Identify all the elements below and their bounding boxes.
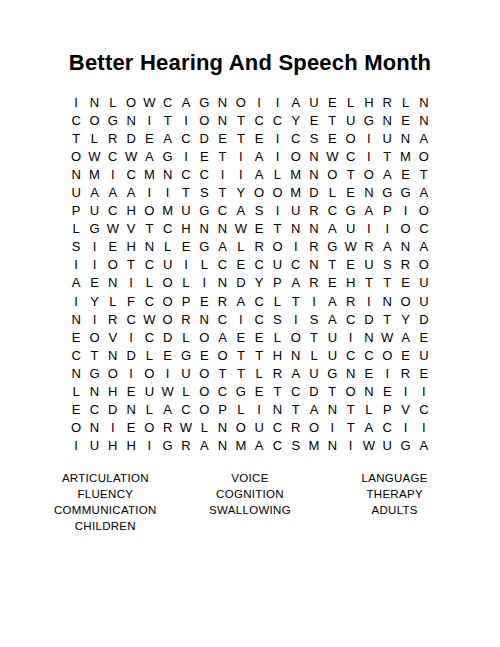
grid-cell: T: [378, 274, 396, 292]
grid-cell: N: [159, 166, 177, 184]
grid-cell: C: [287, 256, 305, 274]
grid-cell: H: [341, 274, 359, 292]
grid-cell: I: [177, 256, 195, 274]
grid-cell: A: [360, 202, 378, 220]
grid-cell: D: [122, 347, 140, 365]
grid-cell: S: [195, 184, 213, 202]
grid-cell: C: [140, 293, 158, 311]
grid-cell: I: [159, 365, 177, 383]
grid-cell: I: [360, 130, 378, 148]
grid-cell: U: [250, 419, 268, 437]
grid-cell: E: [159, 347, 177, 365]
grid-cell: A: [378, 166, 396, 184]
grid-cell: E: [85, 274, 103, 292]
grid-cell: N: [122, 112, 140, 130]
grid-cell: I: [177, 148, 195, 166]
grid-cell: W: [122, 148, 140, 166]
grid-cell: N: [104, 274, 122, 292]
grid-cell: O: [415, 256, 433, 274]
grid-cell: E: [323, 94, 341, 112]
grid-cell: O: [232, 94, 250, 112]
grid-cell: R: [305, 202, 323, 220]
grid-cell: C: [323, 202, 341, 220]
grid-cell: E: [67, 401, 85, 419]
grid-cell: G: [177, 347, 195, 365]
grid-cell: A: [85, 184, 103, 202]
grid-cell: I: [140, 112, 158, 130]
grid-cell: C: [67, 112, 85, 130]
grid-cell: L: [268, 166, 286, 184]
grid-cell: R: [159, 419, 177, 437]
grid-cell: N: [287, 347, 305, 365]
grid-cell: P: [213, 401, 231, 419]
grid-cell: U: [378, 437, 396, 455]
grid-cell: G: [159, 437, 177, 455]
grid-cell: C: [378, 419, 396, 437]
grid-cell: C: [122, 311, 140, 329]
grid-cell: O: [67, 419, 85, 437]
grid-cell: U: [268, 256, 286, 274]
grid-cell: C: [140, 329, 158, 347]
grid-cell: O: [85, 112, 103, 130]
grid-cell: T: [323, 383, 341, 401]
grid-cell: L: [195, 256, 213, 274]
grid-cell: G: [360, 112, 378, 130]
grid-cell: S: [287, 437, 305, 455]
word-list-column: LANGUAGETHERAPYADULTS: [322, 470, 467, 534]
grid-cell: N: [415, 112, 433, 130]
grid-cell: C: [250, 293, 268, 311]
grid-cell: I: [213, 166, 231, 184]
grid-cell: I: [159, 184, 177, 202]
grid-cell: W: [140, 311, 158, 329]
grid-cell: I: [232, 311, 250, 329]
grid-cell: O: [140, 202, 158, 220]
grid-cell: A: [323, 311, 341, 329]
grid-cell: L: [177, 329, 195, 347]
grid-cell: P: [67, 202, 85, 220]
word-list-item: COMMUNICATION: [33, 502, 178, 518]
grid-cell: C: [250, 256, 268, 274]
grid-cell: S: [305, 130, 323, 148]
grid-cell: C: [360, 347, 378, 365]
grid-cell: A: [140, 148, 158, 166]
grid-cell: O: [159, 293, 177, 311]
grid-cell: U: [360, 256, 378, 274]
word-list-item: LANGUAGE: [322, 470, 467, 486]
grid-cell: I: [378, 220, 396, 238]
word-list-item: COGNITION: [178, 486, 323, 502]
grid-cell: I: [378, 365, 396, 383]
grid-cell: L: [104, 94, 122, 112]
grid-cell: U: [415, 293, 433, 311]
grid-cell: R: [213, 293, 231, 311]
grid-cell: U: [415, 347, 433, 365]
grid-cell: N: [104, 347, 122, 365]
grid-cell: M: [287, 184, 305, 202]
grid-cell: H: [122, 202, 140, 220]
grid-cell: I: [415, 419, 433, 437]
grid-cell: U: [305, 94, 323, 112]
grid-cell: T: [140, 220, 158, 238]
grid-cell: G: [323, 365, 341, 383]
grid-cell: R: [305, 238, 323, 256]
grid-cell: E: [250, 383, 268, 401]
grid-cell: N: [67, 311, 85, 329]
grid-cell: L: [195, 419, 213, 437]
grid-cell: U: [378, 130, 396, 148]
grid-cell: O: [195, 112, 213, 130]
grid-cell: V: [396, 401, 414, 419]
grid-cell: N: [195, 311, 213, 329]
grid-cell: M: [396, 148, 414, 166]
grid-cell: D: [360, 311, 378, 329]
grid-cell: P: [378, 202, 396, 220]
grid-cell: U: [177, 365, 195, 383]
grid-cell: C: [104, 202, 122, 220]
grid-cell: A: [177, 94, 195, 112]
grid-cell: I: [140, 437, 158, 455]
grid-cell: O: [122, 94, 140, 112]
grid-cell: C: [415, 401, 433, 419]
grid-cell: U: [341, 112, 359, 130]
grid-cell: U: [323, 329, 341, 347]
grid-cell: R: [268, 365, 286, 383]
grid-cell: O: [323, 166, 341, 184]
grid-cell: T: [323, 112, 341, 130]
grid-cell: I: [67, 94, 85, 112]
grid-cell: I: [268, 148, 286, 166]
grid-cell: L: [67, 383, 85, 401]
grid-cell: N: [67, 166, 85, 184]
grid-cell: O: [232, 419, 250, 437]
grid-cell: Y: [85, 293, 103, 311]
grid-cell: S: [268, 311, 286, 329]
grid-cell: A: [213, 238, 231, 256]
grid-cell: I: [360, 148, 378, 166]
grid-cell: T: [232, 130, 250, 148]
grid-cell: E: [305, 112, 323, 130]
grid-cell: D: [305, 383, 323, 401]
grid-cell: N: [213, 112, 231, 130]
grid-cell: D: [232, 274, 250, 292]
grid-cell: L: [67, 220, 85, 238]
word-list: ARTICULATIONFLUENCYCOMMUNICATIONCHILDREN…: [33, 470, 467, 534]
grid-cell: R: [287, 419, 305, 437]
word-list-item: VOICE: [178, 470, 323, 486]
grid-cell: O: [250, 184, 268, 202]
grid-cell: N: [415, 94, 433, 112]
word-list-item: CHILDREN: [33, 518, 178, 534]
grid-cell: T: [232, 347, 250, 365]
grid-cell: R: [104, 311, 122, 329]
grid-cell: E: [378, 383, 396, 401]
grid-cell: E: [396, 347, 414, 365]
grid-cell: U: [305, 365, 323, 383]
grid-cell: E: [250, 220, 268, 238]
grid-cell: I: [305, 293, 323, 311]
grid-cell: C: [104, 148, 122, 166]
grid-cell: A: [232, 293, 250, 311]
grid-cell: N: [360, 383, 378, 401]
grid-cell: N: [323, 437, 341, 455]
grid-cell: O: [159, 274, 177, 292]
grid-cell: E: [250, 329, 268, 347]
grid-cell: T: [287, 293, 305, 311]
grid-cell: N: [287, 220, 305, 238]
grid-cell: I: [122, 329, 140, 347]
grid-cell: T: [232, 112, 250, 130]
grid-cell: S: [378, 256, 396, 274]
grid-cell: C: [213, 202, 231, 220]
grid-cell: L: [305, 347, 323, 365]
grid-cell: N: [323, 401, 341, 419]
grid-cell: C: [250, 112, 268, 130]
grid-cell: L: [140, 274, 158, 292]
grid-cell: Y: [250, 274, 268, 292]
grid-cell: W: [232, 220, 250, 238]
grid-cell: E: [341, 256, 359, 274]
grid-cell: U: [415, 274, 433, 292]
grid-cell: C: [195, 166, 213, 184]
grid-cell: L: [232, 238, 250, 256]
grid-cell: G: [396, 437, 414, 455]
grid-cell: E: [396, 166, 414, 184]
grid-cell: A: [250, 148, 268, 166]
grid-cell: I: [104, 419, 122, 437]
grid-cell: O: [104, 256, 122, 274]
grid-cell: N: [378, 293, 396, 311]
grid-cell: T: [67, 130, 85, 148]
grid-cell: C: [213, 311, 231, 329]
grid-cell: N: [67, 365, 85, 383]
grid-cell: I: [287, 238, 305, 256]
grid-cell: R: [396, 256, 414, 274]
grid-cell: C: [287, 130, 305, 148]
grid-cell: R: [250, 238, 268, 256]
grid-cell: U: [159, 256, 177, 274]
grid-cell: W: [140, 94, 158, 112]
grid-cell: E: [122, 419, 140, 437]
grid-cell: L: [396, 94, 414, 112]
grid-cell: R: [341, 293, 359, 311]
grid-cell: C: [268, 419, 286, 437]
grid-cell: C: [213, 256, 231, 274]
grid-cell: G: [85, 220, 103, 238]
grid-cell: G: [195, 202, 213, 220]
grid-cell: L: [85, 130, 103, 148]
grid-cell: U: [323, 347, 341, 365]
grid-cell: T: [415, 166, 433, 184]
grid-cell: W: [104, 220, 122, 238]
grid-cell: A: [323, 293, 341, 311]
grid-cell: C: [122, 166, 140, 184]
grid-cell: W: [341, 238, 359, 256]
grid-cell: T: [341, 419, 359, 437]
word-search-grid: INLOWCAGNOIIAUELHRLNCOGNITIONTCCYETUGNEN…: [67, 94, 433, 455]
grid-cell: W: [85, 148, 103, 166]
grid-cell: N: [305, 148, 323, 166]
grid-cell: O: [195, 329, 213, 347]
grid-cell: E: [213, 130, 231, 148]
grid-cell: H: [104, 437, 122, 455]
grid-cell: U: [341, 220, 359, 238]
grid-cell: R: [177, 311, 195, 329]
grid-cell: C: [177, 166, 195, 184]
grid-cell: I: [250, 94, 268, 112]
grid-cell: N: [378, 112, 396, 130]
grid-cell: L: [232, 401, 250, 419]
grid-cell: I: [232, 148, 250, 166]
grid-cell: R: [360, 238, 378, 256]
grid-cell: H: [268, 347, 286, 365]
grid-cell: N: [396, 130, 414, 148]
grid-cell: L: [177, 383, 195, 401]
grid-cell: I: [323, 419, 341, 437]
grid-cell: O: [378, 347, 396, 365]
grid-cell: G: [323, 238, 341, 256]
grid-cell: E: [323, 130, 341, 148]
grid-cell: E: [67, 329, 85, 347]
grid-cell: U: [67, 184, 85, 202]
grid-cell: O: [287, 148, 305, 166]
grid-cell: I: [415, 383, 433, 401]
word-list-column: VOICECOGNITIONSWALLOWING: [178, 470, 323, 534]
grid-cell: I: [250, 401, 268, 419]
grid-cell: M: [140, 166, 158, 184]
grid-cell: E: [396, 112, 414, 130]
word-list-item: FLUENCY: [33, 486, 178, 502]
grid-cell: E: [341, 184, 359, 202]
grid-cell: C: [341, 311, 359, 329]
grid-cell: O: [415, 148, 433, 166]
grid-cell: I: [67, 437, 85, 455]
grid-cell: O: [140, 419, 158, 437]
grid-cell: O: [360, 166, 378, 184]
grid-cell: O: [396, 293, 414, 311]
grid-cell: E: [415, 329, 433, 347]
grid-cell: T: [122, 256, 140, 274]
grid-cell: A: [213, 329, 231, 347]
grid-cell: N: [305, 256, 323, 274]
grid-cell: I: [396, 202, 414, 220]
grid-cell: L: [268, 329, 286, 347]
grid-cell: O: [195, 365, 213, 383]
grid-cell: L: [323, 184, 341, 202]
grid-cell: N: [213, 437, 231, 455]
grid-cell: O: [140, 365, 158, 383]
grid-cell: A: [67, 274, 85, 292]
grid-cell: A: [396, 329, 414, 347]
grid-cell: S: [67, 238, 85, 256]
grid-cell: N: [213, 94, 231, 112]
grid-cell: M: [232, 437, 250, 455]
grid-cell: C: [159, 94, 177, 112]
grid-cell: R: [104, 130, 122, 148]
word-list-item: ADULTS: [322, 502, 467, 518]
grid-cell: N: [396, 238, 414, 256]
grid-cell: F: [122, 293, 140, 311]
grid-cell: T: [159, 112, 177, 130]
grid-cell: A: [159, 130, 177, 148]
grid-cell: S: [250, 202, 268, 220]
grid-cell: D: [195, 130, 213, 148]
grid-cell: O: [195, 401, 213, 419]
grid-cell: A: [415, 437, 433, 455]
grid-cell: N: [140, 238, 158, 256]
grid-cell: U: [85, 437, 103, 455]
grid-cell: P: [268, 274, 286, 292]
grid-cell: C: [213, 383, 231, 401]
grid-cell: I: [67, 293, 85, 311]
grid-cell: E: [140, 130, 158, 148]
grid-cell: C: [415, 220, 433, 238]
grid-cell: Y: [287, 112, 305, 130]
grid-cell: C: [250, 311, 268, 329]
puzzle-title: Better Hearing And Speech Month: [0, 50, 500, 76]
grid-cell: L: [341, 94, 359, 112]
grid-cell: N: [305, 166, 323, 184]
grid-cell: P: [177, 293, 195, 311]
grid-cell: I: [287, 311, 305, 329]
grid-cell: T: [360, 274, 378, 292]
grid-cell: L: [104, 293, 122, 311]
grid-cell: T: [378, 148, 396, 166]
grid-cell: T: [323, 256, 341, 274]
grid-cell: U: [140, 383, 158, 401]
grid-cell: W: [323, 148, 341, 166]
grid-cell: C: [341, 347, 359, 365]
grid-cell: I: [140, 184, 158, 202]
grid-cell: U: [177, 202, 195, 220]
grid-cell: O: [67, 148, 85, 166]
grid-cell: C: [85, 401, 103, 419]
grid-cell: E: [104, 238, 122, 256]
grid-cell: I: [268, 202, 286, 220]
grid-cell: I: [67, 256, 85, 274]
grid-cell: I: [85, 238, 103, 256]
grid-cell: L: [360, 401, 378, 419]
grid-cell: T: [268, 220, 286, 238]
word-list-item: THERAPY: [322, 486, 467, 502]
grid-cell: E: [250, 130, 268, 148]
word-list-item: ARTICULATION: [33, 470, 178, 486]
grid-cell: E: [122, 383, 140, 401]
grid-cell: E: [323, 274, 341, 292]
grid-cell: E: [232, 256, 250, 274]
grid-cell: M: [287, 166, 305, 184]
grid-cell: N: [195, 220, 213, 238]
grid-cell: I: [268, 94, 286, 112]
grid-cell: W: [378, 329, 396, 347]
grid-cell: A: [287, 274, 305, 292]
grid-cell: A: [250, 437, 268, 455]
grid-cell: Y: [396, 311, 414, 329]
grid-cell: G: [195, 94, 213, 112]
grid-cell: A: [195, 437, 213, 455]
grid-cell: M: [159, 202, 177, 220]
grid-cell: A: [287, 94, 305, 112]
grid-cell: O: [268, 184, 286, 202]
word-list-column: ARTICULATIONFLUENCYCOMMUNICATIONCHILDREN: [33, 470, 178, 534]
grid-cell: N: [305, 220, 323, 238]
grid-cell: T: [213, 148, 231, 166]
grid-cell: G: [195, 238, 213, 256]
grid-cell: T: [268, 383, 286, 401]
grid-cell: O: [159, 311, 177, 329]
grid-cell: A: [323, 220, 341, 238]
grid-cell: W: [159, 383, 177, 401]
